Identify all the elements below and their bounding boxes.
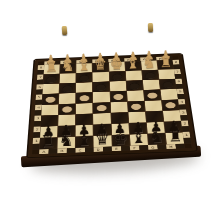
light-checker[interactable]: ●	[113, 92, 124, 100]
border-cell	[157, 144, 167, 149]
white-queen[interactable]: ♛	[93, 58, 107, 73]
square-g4[interactable]	[145, 100, 163, 111]
product-photo: ABCDEFGH 87654321 ♜♞♝♛♚♝♞♜●●●●●●●●●●●●●●…	[0, 0, 220, 220]
black-knight[interactable]: ♞	[149, 129, 164, 146]
square-d6[interactable]: ●	[93, 82, 109, 92]
coord-label: D	[94, 147, 103, 152]
square-e4[interactable]	[110, 102, 127, 113]
coord-label: F	[130, 145, 139, 150]
square-f6[interactable]: ●	[126, 80, 143, 90]
square-f1[interactable]: ♝	[130, 134, 148, 146]
square-c8[interactable]: ♝	[76, 63, 92, 73]
black-rook[interactable]: ♜	[167, 128, 182, 145]
dark-checker[interactable]: ●	[145, 71, 156, 79]
square-f4[interactable]: ●	[127, 101, 144, 112]
dark-checker[interactable]: ●	[162, 80, 174, 88]
black-bishop[interactable]: ♝	[76, 132, 91, 149]
dark-checker[interactable]: ●	[112, 73, 123, 81]
border-cell	[139, 145, 148, 150]
dark-checker[interactable]: ●	[129, 82, 140, 90]
square-a6[interactable]	[43, 84, 59, 94]
square-f5[interactable]	[127, 91, 144, 102]
white-king[interactable]: ♚	[110, 57, 124, 72]
light-checker[interactable]: ●	[96, 104, 107, 112]
square-b5[interactable]	[59, 93, 75, 104]
square-h5[interactable]	[161, 89, 178, 100]
white-rook[interactable]: ♜	[44, 59, 58, 74]
brass-clasp-icon	[62, 26, 68, 35]
white-rook[interactable]: ♜	[159, 55, 173, 70]
border-cell	[85, 147, 94, 152]
square-e5[interactable]: ●	[110, 91, 127, 102]
light-checker[interactable]: ●	[45, 95, 56, 103]
dark-checker[interactable]: ●	[62, 84, 73, 92]
white-knight[interactable]: ♞	[142, 56, 156, 71]
white-bishop[interactable]: ♝	[77, 58, 91, 73]
square-c4[interactable]	[76, 103, 93, 114]
square-g8[interactable]: ♞	[141, 61, 157, 71]
black-bishop[interactable]: ♝	[131, 129, 146, 146]
square-b7[interactable]	[60, 73, 76, 83]
dark-checker[interactable]: ●	[46, 75, 57, 83]
square-d1[interactable]: ♛	[94, 135, 112, 147]
square-e7[interactable]: ●	[109, 71, 125, 81]
square-f7[interactable]	[126, 71, 142, 81]
black-knight[interactable]: ♞	[58, 132, 73, 149]
square-d8[interactable]: ♛	[93, 63, 109, 73]
square-g5[interactable]: ●	[144, 90, 161, 101]
coord-label: C	[76, 148, 85, 153]
square-b4[interactable]: ●	[59, 104, 76, 115]
brass-clasp-icon	[148, 23, 153, 32]
square-c1[interactable]: ♝	[76, 136, 93, 148]
white-knight[interactable]: ♞	[61, 59, 75, 74]
frame-corner	[184, 143, 192, 148]
border-cell	[103, 147, 112, 152]
light-checker[interactable]: ●	[79, 94, 90, 102]
chess-box-top: ABCDEFGH 87654321 ♜♞♝♛♚♝♞♜●●●●●●●●●●●●●●…	[28, 54, 196, 157]
square-d7[interactable]	[93, 72, 109, 82]
coord-label: G	[148, 145, 158, 150]
square-c6[interactable]	[76, 82, 92, 92]
coord-label: E	[112, 146, 121, 151]
coord-label: B	[57, 148, 66, 153]
light-checker[interactable]: ●	[165, 101, 177, 109]
light-checker[interactable]: ●	[61, 105, 72, 113]
square-a4[interactable]	[41, 104, 58, 115]
square-g7[interactable]: ●	[142, 70, 159, 80]
square-a7[interactable]: ●	[43, 74, 59, 84]
square-e8[interactable]: ♚	[109, 62, 125, 72]
square-g6[interactable]	[143, 80, 160, 90]
square-h1[interactable]: ♜	[165, 132, 184, 144]
square-h8[interactable]: ♜	[157, 60, 174, 70]
square-b1[interactable]: ♞	[58, 137, 76, 149]
square-h4[interactable]: ●	[162, 99, 180, 110]
board-grid: ♜♞♝♛♚♝♞♜●●●●●●●●●●●●●●●●♟♟♟♟♟♟♟♟♜♞♝♛♚♝♞♜	[39, 60, 184, 150]
dark-checker[interactable]: ●	[79, 74, 90, 82]
square-b8[interactable]: ♞	[60, 64, 76, 74]
border-cell	[121, 146, 130, 151]
coord-label: A	[39, 149, 48, 154]
square-a8[interactable]: ♜	[44, 64, 60, 74]
border-cell	[48, 149, 57, 154]
square-h7[interactable]	[158, 69, 175, 79]
square-b6[interactable]: ●	[59, 83, 75, 93]
square-h6[interactable]: ●	[159, 79, 176, 89]
white-bishop[interactable]: ♝	[126, 56, 140, 71]
square-e6[interactable]	[110, 81, 127, 91]
border-cell	[175, 144, 185, 149]
square-d4[interactable]: ●	[93, 102, 110, 113]
light-checker[interactable]: ●	[130, 102, 142, 110]
square-c5[interactable]: ●	[76, 93, 92, 104]
square-d5[interactable]	[93, 92, 110, 103]
black-queen[interactable]: ♛	[95, 131, 110, 148]
square-f8[interactable]: ♝	[125, 61, 141, 71]
black-king[interactable]: ♚	[113, 130, 128, 147]
square-a1[interactable]: ♜	[39, 138, 57, 150]
square-c7[interactable]: ●	[76, 73, 92, 83]
border-cell	[66, 148, 75, 153]
square-a5[interactable]: ●	[42, 94, 59, 105]
square-e1[interactable]: ♚	[112, 135, 130, 147]
square-g1[interactable]: ♞	[148, 133, 166, 145]
black-rook[interactable]: ♜	[40, 133, 55, 150]
board-frame: ABCDEFGH 87654321 ♜♞♝♛♚♝♞♜●●●●●●●●●●●●●●…	[32, 56, 192, 154]
light-checker[interactable]: ●	[146, 91, 158, 99]
dark-checker[interactable]: ●	[96, 83, 107, 91]
border-cell	[183, 138, 191, 144]
